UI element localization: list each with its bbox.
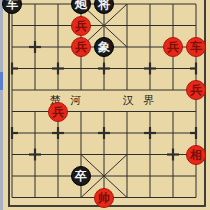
piece-red-soldier-5[interactable]: 兵 xyxy=(48,102,68,122)
piece-red-elephant[interactable]: 相 xyxy=(186,145,206,165)
board-grid xyxy=(0,0,210,210)
piece-red-soldier-2[interactable]: 兵 xyxy=(71,37,91,57)
piece-red-chariot[interactable]: 车 xyxy=(186,37,206,57)
piece-red-soldier-4[interactable]: 兵 xyxy=(186,80,206,100)
river-label-right: 汉 界 xyxy=(123,93,158,108)
window-edge xyxy=(0,0,3,210)
piece-red-soldier-1[interactable]: 兵 xyxy=(71,16,91,36)
xiangqi-board[interactable]: 楚 河 汉 界 车炮将象卒兵兵兵车兵兵相帅 xyxy=(0,0,210,210)
piece-black-soldier[interactable]: 卒 xyxy=(71,166,91,186)
piece-black-elephant[interactable]: 象 xyxy=(94,37,114,57)
piece-red-soldier-3[interactable]: 兵 xyxy=(163,37,183,57)
window-edge-accent xyxy=(0,72,3,90)
piece-red-general[interactable]: 帅 xyxy=(94,188,114,208)
